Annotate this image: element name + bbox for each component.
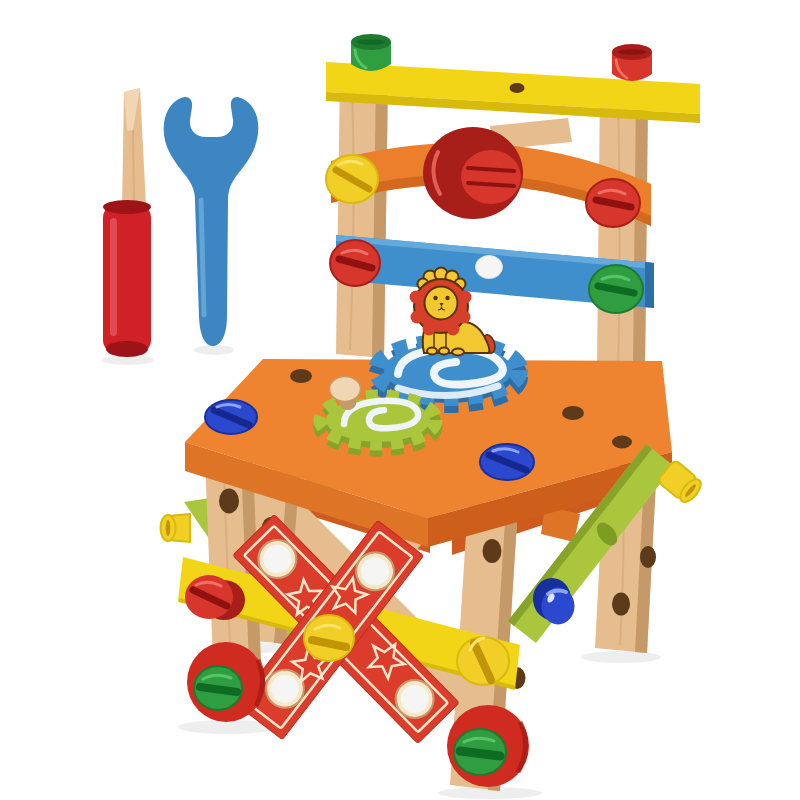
lion-paw — [439, 348, 449, 355]
wooden-knob — [330, 377, 361, 402]
seat-hole — [290, 369, 312, 383]
wrench — [164, 97, 259, 346]
lion-mane-bump — [447, 323, 460, 336]
seat-hole — [562, 406, 584, 420]
screwdriver-handle-bottom — [106, 341, 148, 357]
leg-hole — [640, 546, 656, 568]
lion-mane-bump — [458, 311, 471, 324]
lion-mane-bump — [423, 323, 436, 336]
red-nut-slot — [618, 49, 646, 55]
lion-mane-bump — [459, 291, 472, 304]
wrench-highlight — [201, 200, 204, 315]
green-nut-slot — [357, 39, 385, 45]
screwdriver-ridge — [133, 130, 134, 205]
lion-eye — [433, 296, 437, 300]
lion-mane-bump — [411, 311, 424, 324]
blue-rail-end-cap — [645, 262, 654, 308]
yellow-peg-left-slot — [166, 520, 171, 536]
large-red-bolt-head — [461, 150, 521, 204]
toy-chair-illustration: Wooden multifunctional assembly toy chai… — [0, 0, 800, 800]
top-rail-hole — [510, 83, 525, 93]
blue-rail-hole — [476, 256, 503, 279]
seat-hole — [612, 436, 632, 449]
lion-paw — [452, 349, 464, 356]
screwdriver — [103, 88, 151, 357]
shadow — [194, 345, 234, 355]
leg-hole — [483, 539, 502, 563]
green-bolt-slot — [460, 751, 500, 756]
screwdriver-highlight — [110, 218, 117, 336]
green-bolt-slot — [200, 687, 237, 692]
lion-mane-bump — [410, 291, 423, 304]
screwdriver-handle-top — [103, 200, 151, 214]
lion-paw — [427, 348, 437, 355]
wrench-body — [164, 97, 259, 346]
product-photo: Wooden multifunctional assembly toy chai… — [0, 0, 800, 800]
leg-hole — [612, 593, 630, 616]
shadow — [581, 651, 661, 663]
lion-eye — [445, 296, 449, 300]
leg-hole — [219, 489, 239, 514]
